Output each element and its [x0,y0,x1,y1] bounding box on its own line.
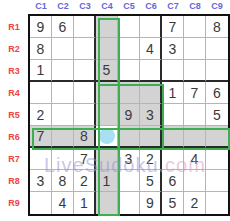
cell-R5C6[interactable]: 3 [140,104,162,126]
cell-R8C2[interactable]: 8 [52,170,74,192]
cell-R5C1[interactable]: 2 [30,104,52,126]
col-label-C9: C9 [206,0,228,14]
col-label-C2: C2 [52,0,74,14]
cell-R3C9[interactable] [206,60,228,82]
cell-R4C2[interactable] [52,82,74,104]
cell-R3C1[interactable]: 1 [30,60,52,82]
cell-R7C7[interactable] [162,148,184,170]
cell-R6C7[interactable] [162,126,184,148]
cell-R2C2[interactable] [52,38,74,60]
cell-R1C8[interactable] [184,16,206,38]
cell-R1C3[interactable] [74,16,96,38]
row-labels: R1R2R3R4R5R6R7R8R9 [0,14,28,216]
cell-R1C4[interactable] [96,16,118,38]
row-label-R2: R2 [0,38,28,60]
row-label-R6: R6 [0,126,28,148]
cell-R9C9[interactable] [206,192,228,214]
cell-R6C4[interactable] [96,126,118,148]
cell-R8C5[interactable] [118,170,140,192]
cell-R6C9[interactable] [206,126,228,148]
cell-R1C5[interactable] [118,16,140,38]
cell-R7C8[interactable]: 4 [184,148,206,170]
cell-R7C6[interactable]: 2 [140,148,162,170]
cell-R1C6[interactable] [140,16,162,38]
cell-R2C6[interactable]: 4 [140,38,162,60]
cell-R2C5[interactable] [118,38,140,60]
cell-R7C4[interactable] [96,148,118,170]
cell-R8C8[interactable] [184,170,206,192]
cell-R7C2[interactable] [52,148,74,170]
cell-R3C8[interactable] [184,60,206,82]
cell-R3C2[interactable] [52,60,74,82]
col-label-C5: C5 [118,0,140,14]
cell-R9C5[interactable] [118,192,140,214]
cell-R5C5[interactable]: 9 [118,104,140,126]
col-label-C6: C6 [140,0,162,14]
cell-R5C2[interactable] [52,104,74,126]
cell-R7C5[interactable]: 3 [118,148,140,170]
cell-R8C1[interactable]: 3 [30,170,52,192]
cell-R8C9[interactable] [206,170,228,192]
cell-R2C4[interactable] [96,38,118,60]
cell-R3C5[interactable] [118,60,140,82]
cell-R2C3[interactable] [74,38,96,60]
cell-R9C6[interactable]: 9 [140,192,162,214]
cell-R2C1[interactable]: 8 [30,38,52,60]
cell-R4C9[interactable]: 6 [206,82,228,104]
cell-R3C7[interactable] [162,60,184,82]
row-label-R9: R9 [0,192,28,214]
cell-R7C3[interactable]: 7 [74,148,96,170]
column-labels: C1C2C3C4C5C6C7C8C9 [28,0,230,14]
col-label-C8: C8 [184,0,206,14]
cell-R3C4[interactable]: 5 [96,60,118,82]
cell-R4C3[interactable] [74,82,96,104]
col-label-C1: C1 [30,0,52,14]
corner-spacer [0,0,28,14]
cell-R4C1[interactable] [30,82,52,104]
cell-R2C7[interactable]: 3 [162,38,184,60]
cell-R6C8[interactable] [184,126,206,148]
cell-R9C8[interactable]: 2 [184,192,206,214]
cell-R6C5[interactable] [118,126,140,148]
cell-R9C1[interactable] [30,192,52,214]
cell-R4C7[interactable]: 1 [162,82,184,104]
row-label-R1: R1 [0,16,28,38]
cell-R7C1[interactable] [30,148,52,170]
row-label-R3: R3 [0,60,28,82]
cell-R9C3[interactable]: 1 [74,192,96,214]
cell-R7C9[interactable] [206,148,228,170]
cell-R2C9[interactable] [206,38,228,60]
cell-R1C1[interactable]: 9 [30,16,52,38]
col-label-C3: C3 [74,0,96,14]
cell-R8C3[interactable]: 2 [74,170,96,192]
cell-R4C5[interactable] [118,82,140,104]
row-label-R4: R4 [0,82,28,104]
cell-R5C4[interactable] [96,104,118,126]
cell-R5C3[interactable] [74,104,96,126]
cell-R9C2[interactable]: 4 [52,192,74,214]
selected-cell-marker [99,128,115,144]
sudoku-widget: C1C2C3C4C5C6C7C8C9 R1R2R3R4R5R6R7R8R9 96… [0,0,230,216]
cell-R8C4[interactable]: 1 [96,170,118,192]
cell-R9C4[interactable] [96,192,118,214]
cell-R4C8[interactable]: 7 [184,82,206,104]
row-label-R5: R5 [0,104,28,126]
cell-R1C7[interactable]: 7 [162,16,184,38]
sudoku-board: 967884315176293578732438215641952LiveSud… [28,14,230,216]
cell-R5C7[interactable] [162,104,184,126]
cell-R8C7[interactable]: 6 [162,170,184,192]
cell-R3C3[interactable] [74,60,96,82]
cell-R2C8[interactable] [184,38,206,60]
cell-R1C9[interactable]: 8 [206,16,228,38]
cell-R6C3[interactable]: 8 [74,126,96,148]
row-label-R7: R7 [0,148,28,170]
row-label-R8: R8 [0,170,28,192]
cell-R5C9[interactable]: 5 [206,104,228,126]
cell-R5C8[interactable] [184,104,206,126]
cell-R6C1[interactable]: 7 [30,126,52,148]
cell-R6C2[interactable] [52,126,74,148]
cell-R9C7[interactable]: 5 [162,192,184,214]
col-label-C4: C4 [96,0,118,14]
cell-R4C6[interactable] [140,82,162,104]
cell-R6C6[interactable] [140,126,162,148]
col-label-C7: C7 [162,0,184,14]
cell-R3C6[interactable] [140,60,162,82]
cell-R4C4[interactable] [96,82,118,104]
cell-R1C2[interactable]: 6 [52,16,74,38]
cell-R8C6[interactable]: 5 [140,170,162,192]
